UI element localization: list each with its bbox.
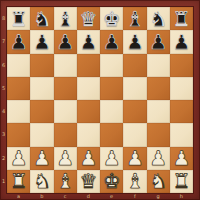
piece-black-pawn[interactable]: ♟ bbox=[149, 31, 167, 51]
square-a3[interactable] bbox=[7, 123, 30, 146]
square-e8[interactable]: ♚ bbox=[100, 7, 123, 30]
square-a1[interactable]: ♜ bbox=[7, 170, 30, 193]
piece-white-pawn[interactable]: ♟ bbox=[33, 148, 51, 168]
piece-white-rook[interactable]: ♜ bbox=[172, 171, 190, 191]
piece-white-bishop[interactable]: ♝ bbox=[126, 171, 144, 191]
file-label-b: b bbox=[30, 193, 53, 200]
piece-white-knight[interactable]: ♞ bbox=[149, 171, 167, 191]
rank-label-6: 6 bbox=[0, 54, 7, 77]
square-c1[interactable]: ♝ bbox=[54, 170, 77, 193]
square-d3[interactable] bbox=[77, 123, 100, 146]
square-h3[interactable] bbox=[170, 123, 193, 146]
piece-white-bishop[interactable]: ♝ bbox=[56, 171, 74, 191]
square-h4[interactable] bbox=[170, 100, 193, 123]
rank-label-1: 1 bbox=[0, 170, 7, 193]
square-g1[interactable]: ♞ bbox=[147, 170, 170, 193]
piece-white-pawn[interactable]: ♟ bbox=[172, 148, 190, 168]
square-e7[interactable]: ♟ bbox=[100, 30, 123, 53]
square-d4[interactable] bbox=[77, 100, 100, 123]
piece-black-king[interactable]: ♚ bbox=[103, 8, 121, 28]
square-a4[interactable] bbox=[7, 100, 30, 123]
piece-black-queen[interactable]: ♛ bbox=[79, 8, 97, 28]
square-h7[interactable]: ♟ bbox=[170, 30, 193, 53]
square-g5[interactable] bbox=[147, 77, 170, 100]
file-label-a: a bbox=[7, 193, 30, 200]
square-a7[interactable]: ♟ bbox=[7, 30, 30, 53]
piece-white-pawn[interactable]: ♟ bbox=[79, 148, 97, 168]
square-f2[interactable]: ♟ bbox=[123, 147, 146, 170]
square-c4[interactable] bbox=[54, 100, 77, 123]
square-a2[interactable]: ♟ bbox=[7, 147, 30, 170]
square-a8[interactable]: ♜ bbox=[7, 7, 30, 30]
file-label-h: h bbox=[170, 193, 193, 200]
piece-black-bishop[interactable]: ♝ bbox=[126, 8, 144, 28]
square-g8[interactable]: ♞ bbox=[147, 7, 170, 30]
piece-white-pawn[interactable]: ♟ bbox=[149, 148, 167, 168]
square-d1[interactable]: ♛ bbox=[77, 170, 100, 193]
file-label-g: g bbox=[147, 193, 170, 200]
square-d7[interactable]: ♟ bbox=[77, 30, 100, 53]
square-f5[interactable] bbox=[123, 77, 146, 100]
square-f4[interactable] bbox=[123, 100, 146, 123]
piece-black-knight[interactable]: ♞ bbox=[33, 8, 51, 28]
square-g2[interactable]: ♟ bbox=[147, 147, 170, 170]
square-h2[interactable]: ♟ bbox=[170, 147, 193, 170]
rank-label-5: 5 bbox=[0, 77, 7, 100]
piece-white-pawn[interactable]: ♟ bbox=[126, 148, 144, 168]
piece-black-pawn[interactable]: ♟ bbox=[126, 31, 144, 51]
file-label-d: d bbox=[77, 193, 100, 200]
square-d6[interactable] bbox=[77, 54, 100, 77]
square-d5[interactable] bbox=[77, 77, 100, 100]
piece-black-rook[interactable]: ♜ bbox=[10, 8, 28, 28]
square-f8[interactable]: ♝ bbox=[123, 7, 146, 30]
square-c8[interactable]: ♝ bbox=[54, 7, 77, 30]
piece-black-pawn[interactable]: ♟ bbox=[33, 31, 51, 51]
square-g7[interactable]: ♟ bbox=[147, 30, 170, 53]
rank-label-3: 3 bbox=[0, 123, 7, 146]
piece-black-pawn[interactable]: ♟ bbox=[79, 31, 97, 51]
rank-label-2: 2 bbox=[0, 147, 7, 170]
square-f1[interactable]: ♝ bbox=[123, 170, 146, 193]
square-f6[interactable] bbox=[123, 54, 146, 77]
file-label-c: c bbox=[54, 193, 77, 200]
piece-black-knight[interactable]: ♞ bbox=[149, 8, 167, 28]
piece-white-king[interactable]: ♚ bbox=[103, 171, 121, 191]
square-a6[interactable] bbox=[7, 54, 30, 77]
piece-white-pawn[interactable]: ♟ bbox=[103, 148, 121, 168]
piece-white-pawn[interactable]: ♟ bbox=[10, 148, 28, 168]
square-h5[interactable] bbox=[170, 77, 193, 100]
piece-white-pawn[interactable]: ♟ bbox=[56, 148, 74, 168]
square-b5[interactable] bbox=[30, 77, 53, 100]
rank-label-7: 7 bbox=[0, 30, 7, 53]
file-label-f: f bbox=[123, 193, 146, 200]
square-b1[interactable]: ♞ bbox=[30, 170, 53, 193]
piece-white-rook[interactable]: ♜ bbox=[10, 171, 28, 191]
square-h8[interactable]: ♜ bbox=[170, 7, 193, 30]
square-e1[interactable]: ♚ bbox=[100, 170, 123, 193]
square-g6[interactable] bbox=[147, 54, 170, 77]
file-label-e: e bbox=[100, 193, 123, 200]
square-b8[interactable]: ♞ bbox=[30, 7, 53, 30]
piece-white-knight[interactable]: ♞ bbox=[33, 171, 51, 191]
piece-black-bishop[interactable]: ♝ bbox=[56, 8, 74, 28]
square-c5[interactable] bbox=[54, 77, 77, 100]
piece-black-pawn[interactable]: ♟ bbox=[56, 31, 74, 51]
square-e3[interactable] bbox=[100, 123, 123, 146]
square-d8[interactable]: ♛ bbox=[77, 7, 100, 30]
square-h6[interactable] bbox=[170, 54, 193, 77]
piece-white-queen[interactable]: ♛ bbox=[79, 171, 97, 191]
square-c7[interactable]: ♟ bbox=[54, 30, 77, 53]
square-b4[interactable] bbox=[30, 100, 53, 123]
square-b3[interactable] bbox=[30, 123, 53, 146]
square-b6[interactable] bbox=[30, 54, 53, 77]
rank-label-8: 8 bbox=[0, 7, 7, 30]
piece-black-pawn[interactable]: ♟ bbox=[10, 31, 28, 51]
square-g4[interactable] bbox=[147, 100, 170, 123]
square-c6[interactable] bbox=[54, 54, 77, 77]
piece-black-pawn[interactable]: ♟ bbox=[103, 31, 121, 51]
square-g3[interactable] bbox=[147, 123, 170, 146]
square-f3[interactable] bbox=[123, 123, 146, 146]
square-e4[interactable] bbox=[100, 100, 123, 123]
square-e6[interactable] bbox=[100, 54, 123, 77]
square-b7[interactable]: ♟ bbox=[30, 30, 53, 53]
rank-label-4: 4 bbox=[0, 100, 7, 123]
piece-black-pawn[interactable]: ♟ bbox=[172, 31, 190, 51]
square-c2[interactable]: ♟ bbox=[54, 147, 77, 170]
square-h1[interactable]: ♜ bbox=[170, 170, 193, 193]
square-e5[interactable] bbox=[100, 77, 123, 100]
square-d2[interactable]: ♟ bbox=[77, 147, 100, 170]
file-labels: abcdefgh bbox=[7, 193, 193, 200]
chess-board-frame: 87654321 ♜♞♝♛♚♝♞♜♟♟♟♟♟♟♟♟♟♟♟♟♟♟♟♟♜♞♝♛♚♝♞… bbox=[0, 0, 200, 200]
piece-black-rook[interactable]: ♜ bbox=[172, 8, 190, 28]
square-e2[interactable]: ♟ bbox=[100, 147, 123, 170]
square-f7[interactable]: ♟ bbox=[123, 30, 146, 53]
square-b2[interactable]: ♟ bbox=[30, 147, 53, 170]
rank-labels: 87654321 bbox=[0, 7, 7, 193]
square-c3[interactable] bbox=[54, 123, 77, 146]
chess-board: ♜♞♝♛♚♝♞♜♟♟♟♟♟♟♟♟♟♟♟♟♟♟♟♟♜♞♝♛♚♝♞♜ bbox=[7, 7, 193, 193]
square-a5[interactable] bbox=[7, 77, 30, 100]
